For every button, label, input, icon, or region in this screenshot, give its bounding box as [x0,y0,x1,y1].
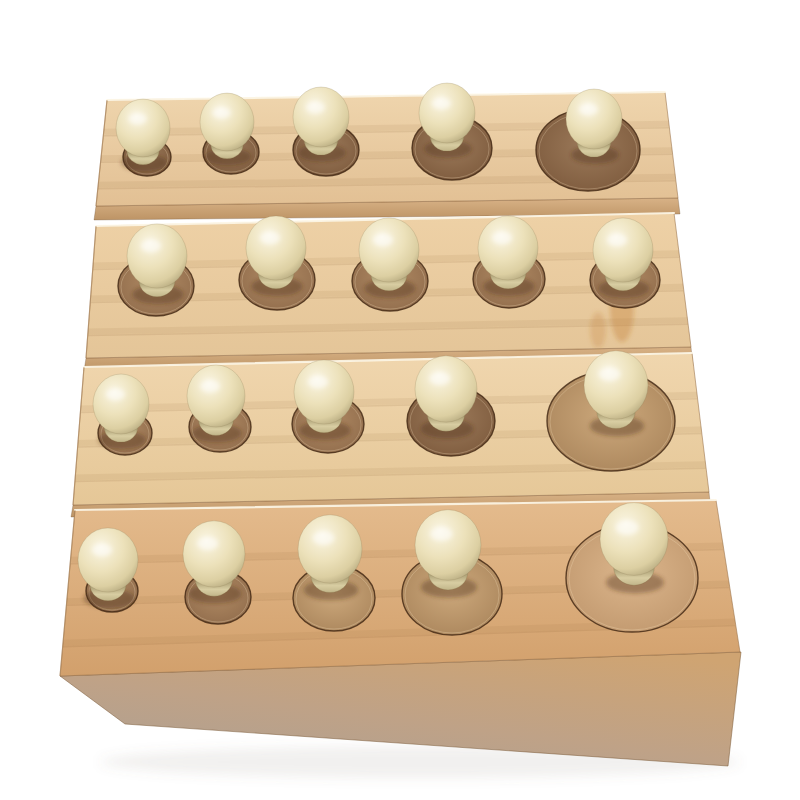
block-1-knob-1 [116,99,170,171]
block-3-knob-4 [415,356,477,439]
knob-highlight [306,101,325,113]
knob-ball [593,218,653,282]
wood-stain [590,312,606,348]
knob-highlight [128,113,146,125]
knob-highlight [430,527,452,542]
block-3-knob-1 [93,374,149,449]
knob-highlight [432,97,451,109]
knob-ball [293,87,349,147]
knob-highlight [197,537,218,551]
block-3-knob-2 [187,365,245,442]
knob-ball [359,218,419,282]
block-4-knob-2 [183,521,245,604]
knob-highlight [313,531,335,545]
knob-highlight [106,388,125,400]
block-2-knob-2 [246,216,306,296]
knob-highlight [492,231,512,244]
cylinder-block-3 [71,351,711,517]
knob-highlight [200,380,220,393]
knob-ball [187,365,245,427]
knob-ball [200,93,254,151]
knob-ball [78,528,138,592]
block-1-knob-3 [293,87,349,162]
knob-ball [566,89,622,149]
block-2-knob-3 [359,218,419,298]
knob-highlight [579,103,598,115]
knob-highlight [599,367,621,381]
cylinder-block-4 [60,500,741,766]
cylinder-block-2 [84,213,693,371]
block-3-knob-3 [294,360,354,440]
knob-ball [298,515,362,583]
knob-ball [294,360,354,424]
knob-ball [116,99,170,157]
block-1-knob-2 [200,93,254,165]
knob-highlight [92,543,112,556]
knob-highlight [212,107,230,119]
knob-highlight [607,233,627,246]
block-2-knob-5 [593,218,653,298]
knob-ball [246,216,306,280]
knob-highlight [141,239,161,252]
knob-ball [584,351,648,419]
knob-ball [415,510,481,581]
block-2-knob-1 [127,224,187,304]
knob-ball [478,216,538,280]
block-3-knob-5 [584,351,648,436]
knob-ball [183,521,245,587]
knob-highlight [616,520,639,535]
cylinder-block-1 [94,83,680,220]
block-4-knob-3 [298,515,362,600]
knob-highlight [429,372,450,386]
knob-ball [127,224,187,288]
knob-ball [93,374,149,434]
block-1-knob-4 [419,83,475,158]
block-2-knob-4 [478,216,538,296]
block-4-knob-5 [600,503,668,594]
knob-ball [415,356,477,422]
montessori-cylinder-blocks-photo [0,0,800,800]
block-1-knob-5 [566,89,622,164]
knob-highlight [373,233,393,246]
block-4-knob-4 [415,510,481,598]
knob-highlight [260,231,280,244]
cylinder-blocks-scene [0,0,800,800]
block-4-knob-1 [78,528,138,608]
knob-ball [600,503,668,576]
knob-ball [419,83,475,143]
knob-highlight [308,375,328,388]
